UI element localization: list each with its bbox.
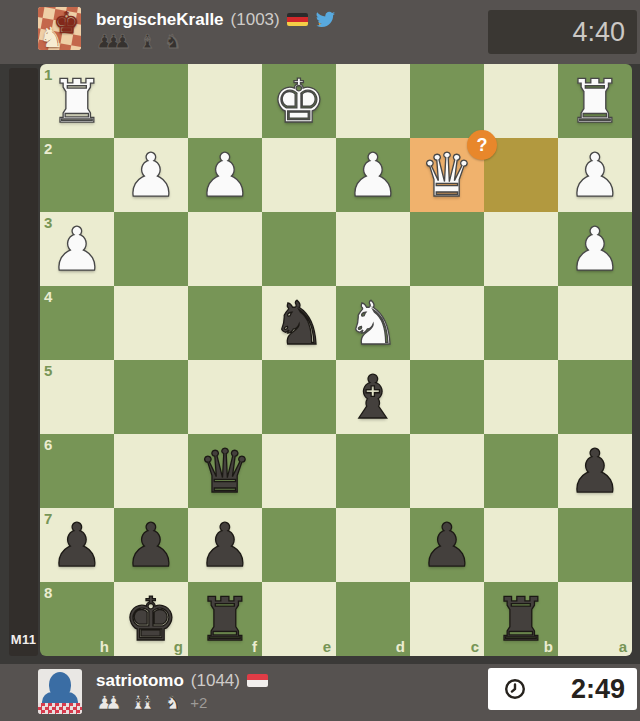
- evaluation-label: M11: [9, 632, 38, 647]
- rank-label-6: 6: [44, 437, 52, 452]
- square-a3[interactable]: ♟: [558, 212, 632, 286]
- indonesia-flag-icon: [247, 674, 268, 687]
- square-c4[interactable]: [410, 286, 484, 360]
- square-h4[interactable]: 4: [40, 286, 114, 360]
- captured-knight-icon: ♞: [164, 31, 181, 52]
- bottom-username[interactable]: satriotomo: [96, 671, 184, 691]
- square-c2[interactable]: ♛?: [410, 138, 484, 212]
- square-f7[interactable]: ♟: [188, 508, 262, 582]
- square-d7[interactable]: [336, 508, 410, 582]
- file-label-c: c: [471, 639, 479, 654]
- square-a5[interactable]: [558, 360, 632, 434]
- square-g1[interactable]: [114, 64, 188, 138]
- square-g8[interactable]: g♚: [114, 582, 188, 656]
- top-player-clock: 4:40: [488, 10, 637, 54]
- captured-bishop-icon: ♝: [139, 692, 156, 713]
- captured-bishop-icon: ♝: [139, 31, 156, 52]
- file-label-h: h: [100, 639, 109, 654]
- white-pawn-f2[interactable]: ♟: [188, 138, 262, 212]
- square-b4[interactable]: [484, 286, 558, 360]
- board-area: M11 1♜♚♜2♟♟♟♛?♟3♟♟4♞♞5♝6♛♟7♟♟♟♟8hg♚f♜edc…: [0, 64, 640, 664]
- square-h2[interactable]: 2: [40, 138, 114, 212]
- bottom-rating: (1044): [191, 671, 240, 691]
- rank-label-5: 5: [44, 363, 52, 378]
- square-e8[interactable]: e: [262, 582, 336, 656]
- move-classification-badge: ?: [467, 130, 497, 160]
- white-pawn-d2[interactable]: ♟: [336, 138, 410, 212]
- square-e6[interactable]: [262, 434, 336, 508]
- square-d6[interactable]: [336, 434, 410, 508]
- white-king-e1[interactable]: ♚: [262, 64, 336, 138]
- black-pawn-c7[interactable]: ♟: [410, 508, 484, 582]
- twitter-icon: [315, 11, 336, 29]
- square-b8[interactable]: b♜: [484, 582, 558, 656]
- square-a4[interactable]: [558, 286, 632, 360]
- top-rating: (1003): [231, 10, 280, 30]
- white-pawn-g2[interactable]: ♟: [114, 138, 188, 212]
- square-e4[interactable]: ♞: [262, 286, 336, 360]
- square-c5[interactable]: [410, 360, 484, 434]
- square-b3[interactable]: [484, 212, 558, 286]
- file-label-e: e: [323, 639, 331, 654]
- black-rook-f8[interactable]: ♜: [188, 582, 262, 656]
- black-pawn-a6[interactable]: ♟: [558, 434, 632, 508]
- square-c6[interactable]: [410, 434, 484, 508]
- square-f6[interactable]: ♛: [188, 434, 262, 508]
- black-king-g8[interactable]: ♚: [114, 582, 188, 656]
- top-username[interactable]: bergischeKralle: [96, 10, 224, 30]
- avatar-red-king: ♚: [53, 8, 80, 38]
- square-d5[interactable]: ♝: [336, 360, 410, 434]
- captured-knight-icon: ♞: [164, 692, 181, 713]
- white-knight-d4[interactable]: ♞: [336, 286, 410, 360]
- square-c7[interactable]: ♟: [410, 508, 484, 582]
- chess-board: 1♜♚♜2♟♟♟♛?♟3♟♟4♞♞5♝6♛♟7♟♟♟♟8hg♚f♜edcb♜a: [40, 64, 632, 656]
- square-c1[interactable]: [410, 64, 484, 138]
- white-pawn-a3[interactable]: ♟: [558, 212, 632, 286]
- square-c8[interactable]: c: [410, 582, 484, 656]
- square-f3[interactable]: [188, 212, 262, 286]
- black-pawn-h7[interactable]: ♟: [40, 508, 114, 582]
- square-d2[interactable]: ♟: [336, 138, 410, 212]
- square-h8[interactable]: 8h: [40, 582, 114, 656]
- square-h5[interactable]: 5: [40, 360, 114, 434]
- bottom-player-avatar[interactable]: [38, 669, 82, 714]
- square-c3[interactable]: [410, 212, 484, 286]
- square-d8[interactable]: d: [336, 582, 410, 656]
- square-f8[interactable]: f♜: [188, 582, 262, 656]
- bottom-captured-pieces: ♟♟♝♝♞+2: [96, 692, 268, 713]
- square-b6[interactable]: [484, 434, 558, 508]
- square-h3[interactable]: 3♟: [40, 212, 114, 286]
- square-f4[interactable]: [188, 286, 262, 360]
- rank-label-4: 4: [44, 289, 52, 304]
- top-captured-pieces: ♟♟♟♝♞: [96, 31, 336, 52]
- square-a7[interactable]: [558, 508, 632, 582]
- square-h6[interactable]: 6: [40, 434, 114, 508]
- rank-label-8: 8: [44, 585, 52, 600]
- square-g5[interactable]: [114, 360, 188, 434]
- bottom-player-bar: satriotomo (1044) ♟♟♝♝♞+2 2:49: [0, 664, 640, 721]
- square-b1[interactable]: [484, 64, 558, 138]
- square-d4[interactable]: ♞: [336, 286, 410, 360]
- square-g7[interactable]: ♟: [114, 508, 188, 582]
- square-d1[interactable]: [336, 64, 410, 138]
- square-a8[interactable]: a: [558, 582, 632, 656]
- top-player-avatar[interactable]: ♞ ♚: [38, 7, 81, 50]
- clock-icon: [503, 677, 527, 701]
- black-queen-f6[interactable]: ♛: [188, 434, 262, 508]
- square-e5[interactable]: [262, 360, 336, 434]
- germany-flag-icon: [287, 13, 308, 26]
- rank-label-2: 2: [44, 141, 52, 156]
- square-e1[interactable]: ♚: [262, 64, 336, 138]
- square-f1[interactable]: [188, 64, 262, 138]
- evaluation-bar: M11: [9, 68, 38, 656]
- square-h1[interactable]: 1♜: [40, 64, 114, 138]
- black-pawn-g7[interactable]: ♟: [114, 508, 188, 582]
- square-g4[interactable]: [114, 286, 188, 360]
- white-rook-a1[interactable]: ♜: [558, 64, 632, 138]
- square-d3[interactable]: [336, 212, 410, 286]
- square-g2[interactable]: ♟: [114, 138, 188, 212]
- black-knight-e4[interactable]: ♞: [262, 286, 336, 360]
- black-bishop-d5[interactable]: ♝: [336, 360, 410, 434]
- file-label-a: a: [619, 639, 627, 654]
- white-pawn-h3[interactable]: ♟: [40, 212, 114, 286]
- captured-pawn-icon: ♟: [114, 31, 131, 52]
- black-rook-b8[interactable]: ♜: [484, 582, 558, 656]
- square-f2[interactable]: ♟: [188, 138, 262, 212]
- white-pawn-a2[interactable]: ♟: [558, 138, 632, 212]
- white-rook-h1[interactable]: ♜: [40, 64, 114, 138]
- square-f5[interactable]: [188, 360, 262, 434]
- square-e3[interactable]: [262, 212, 336, 286]
- avatar-checkered-shirt: [38, 703, 82, 714]
- file-label-d: d: [396, 639, 405, 654]
- square-e2[interactable]: [262, 138, 336, 212]
- square-e7[interactable]: [262, 508, 336, 582]
- square-a2[interactable]: ♟: [558, 138, 632, 212]
- captured-pawn-icon: ♟: [105, 692, 122, 713]
- bottom-player-clock: 2:49: [488, 668, 637, 710]
- square-b5[interactable]: [484, 360, 558, 434]
- square-g3[interactable]: [114, 212, 188, 286]
- square-a1[interactable]: ♜: [558, 64, 632, 138]
- square-h7[interactable]: 7♟: [40, 508, 114, 582]
- square-a6[interactable]: ♟: [558, 434, 632, 508]
- top-player-bar: ♞ ♚ bergischeKralle (1003) ♟♟♟♝♞ 4:40: [0, 0, 640, 64]
- black-pawn-f7[interactable]: ♟: [188, 508, 262, 582]
- square-g6[interactable]: [114, 434, 188, 508]
- material-advantage: +2: [190, 694, 207, 711]
- square-b7[interactable]: [484, 508, 558, 582]
